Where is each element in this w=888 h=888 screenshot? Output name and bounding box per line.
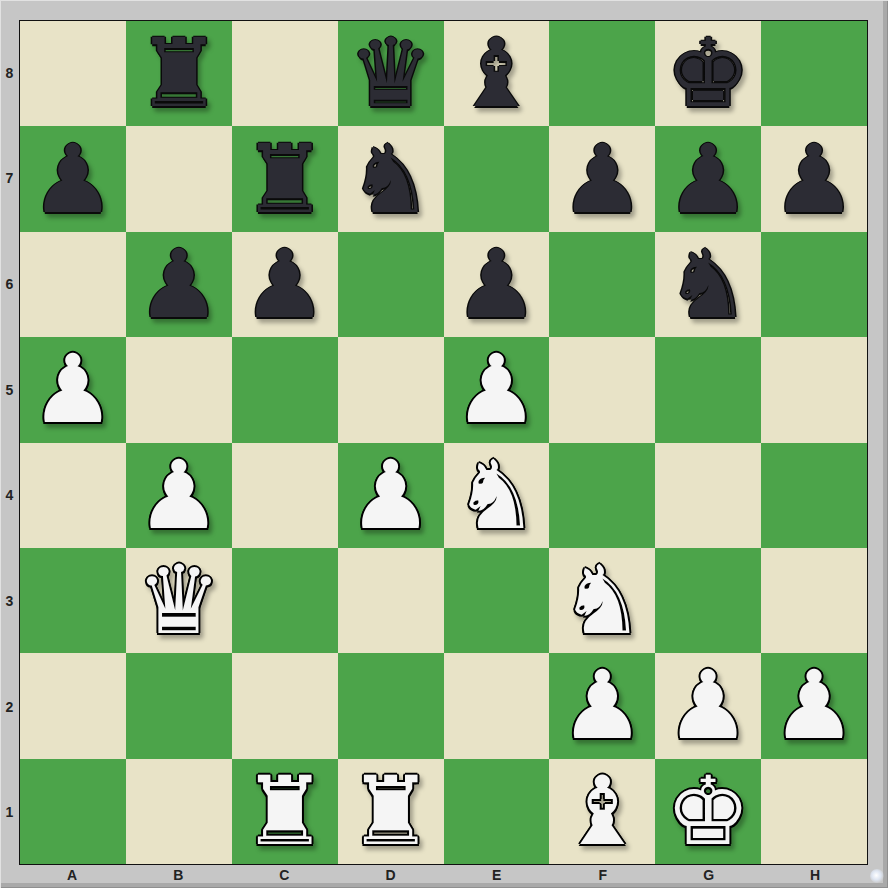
piece-white-knight-f3[interactable]: ♞	[560, 553, 645, 648]
square-f1[interactable]: ♝	[549, 759, 655, 864]
piece-white-knight-e4[interactable]: ♞	[454, 448, 539, 543]
piece-black-bishop-e8[interactable]: ♝	[454, 26, 539, 121]
square-g5[interactable]	[655, 337, 761, 442]
square-g8[interactable]: ♚	[655, 21, 761, 126]
piece-white-pawn-a5[interactable]: ♟	[30, 342, 115, 437]
rank-label-6: 6	[0, 231, 19, 337]
square-a7[interactable]: ♟	[20, 126, 126, 231]
rank-labels: 87654321	[0, 20, 19, 865]
file-labels: ABCDEFGH	[19, 865, 868, 884]
piece-black-rook-c7[interactable]: ♜	[242, 132, 327, 227]
square-a5[interactable]: ♟	[20, 337, 126, 442]
square-h4[interactable]	[761, 443, 867, 548]
square-c1[interactable]: ♜	[232, 759, 338, 864]
square-d7[interactable]: ♞	[338, 126, 444, 231]
square-c8[interactable]	[232, 21, 338, 126]
square-f5[interactable]	[549, 337, 655, 442]
square-a1[interactable]	[20, 759, 126, 864]
piece-black-pawn-c6[interactable]: ♟	[242, 237, 327, 332]
piece-white-bishop-f1[interactable]: ♝	[560, 764, 645, 859]
rank-label-4: 4	[0, 443, 19, 549]
piece-black-pawn-h7[interactable]: ♟	[771, 132, 856, 227]
square-e3[interactable]	[444, 548, 550, 653]
piece-white-pawn-b4[interactable]: ♟	[136, 448, 221, 543]
square-d6[interactable]	[338, 232, 444, 337]
square-f6[interactable]	[549, 232, 655, 337]
file-label-c: C	[231, 865, 337, 884]
corner-dot	[870, 869, 884, 883]
piece-white-rook-d1[interactable]: ♜	[348, 764, 433, 859]
piece-black-king-g8[interactable]: ♚	[666, 26, 751, 121]
file-label-d: D	[337, 865, 443, 884]
file-label-b: B	[125, 865, 231, 884]
square-c6[interactable]: ♟	[232, 232, 338, 337]
file-label-a: A	[19, 865, 125, 884]
piece-black-pawn-f7[interactable]: ♟	[560, 132, 645, 227]
piece-white-king-g1[interactable]: ♚	[666, 764, 751, 859]
square-a8[interactable]	[20, 21, 126, 126]
square-c7[interactable]: ♜	[232, 126, 338, 231]
square-b2[interactable]	[126, 653, 232, 758]
rank-label-8: 8	[0, 20, 19, 126]
square-e7[interactable]	[444, 126, 550, 231]
square-g4[interactable]	[655, 443, 761, 548]
square-f8[interactable]	[549, 21, 655, 126]
square-h3[interactable]	[761, 548, 867, 653]
piece-white-pawn-h2[interactable]: ♟	[771, 658, 856, 753]
square-d3[interactable]	[338, 548, 444, 653]
square-h5[interactable]	[761, 337, 867, 442]
file-label-g: G	[656, 865, 762, 884]
square-c5[interactable]	[232, 337, 338, 442]
piece-black-pawn-e6[interactable]: ♟	[454, 237, 539, 332]
piece-white-pawn-e5[interactable]: ♟	[454, 342, 539, 437]
square-d1[interactable]: ♜	[338, 759, 444, 864]
square-f3[interactable]: ♞	[549, 548, 655, 653]
square-c4[interactable]	[232, 443, 338, 548]
square-b5[interactable]	[126, 337, 232, 442]
square-d4[interactable]: ♟	[338, 443, 444, 548]
piece-black-rook-b8[interactable]: ♜	[136, 26, 221, 121]
square-b7[interactable]	[126, 126, 232, 231]
square-a2[interactable]	[20, 653, 126, 758]
rank-label-7: 7	[0, 126, 19, 232]
rank-label-5: 5	[0, 337, 19, 443]
square-e1[interactable]	[444, 759, 550, 864]
piece-black-pawn-b6[interactable]: ♟	[136, 237, 221, 332]
square-e5[interactable]: ♟	[444, 337, 550, 442]
square-e4[interactable]: ♞	[444, 443, 550, 548]
square-d5[interactable]	[338, 337, 444, 442]
square-e2[interactable]	[444, 653, 550, 758]
square-d2[interactable]	[338, 653, 444, 758]
square-c2[interactable]	[232, 653, 338, 758]
file-label-h: H	[762, 865, 868, 884]
piece-black-pawn-g7[interactable]: ♟	[666, 132, 751, 227]
square-h7[interactable]: ♟	[761, 126, 867, 231]
square-b8[interactable]: ♜	[126, 21, 232, 126]
square-d8[interactable]: ♛	[338, 21, 444, 126]
square-f4[interactable]	[549, 443, 655, 548]
square-h2[interactable]: ♟	[761, 653, 867, 758]
piece-black-pawn-a7[interactable]: ♟	[30, 132, 115, 227]
square-f2[interactable]: ♟	[549, 653, 655, 758]
square-a3[interactable]	[20, 548, 126, 653]
square-e8[interactable]: ♝	[444, 21, 550, 126]
piece-black-knight-g6[interactable]: ♞	[666, 237, 751, 332]
square-e6[interactable]: ♟	[444, 232, 550, 337]
rank-label-1: 1	[0, 759, 19, 865]
rank-label-3: 3	[0, 548, 19, 654]
chess-board: ♜♛♝♚♟♜♞♟♟♟♟♟♟♞♟♟♟♟♞♛♞♟♟♟♜♜♝♚	[19, 20, 868, 865]
square-a4[interactable]	[20, 443, 126, 548]
piece-white-rook-c1[interactable]: ♜	[242, 764, 327, 859]
piece-white-queen-b3[interactable]: ♛	[136, 553, 221, 648]
square-g7[interactable]: ♟	[655, 126, 761, 231]
square-h6[interactable]	[761, 232, 867, 337]
square-g2[interactable]: ♟	[655, 653, 761, 758]
piece-white-pawn-d4[interactable]: ♟	[348, 448, 433, 543]
file-label-f: F	[550, 865, 656, 884]
piece-white-pawn-g2[interactable]: ♟	[666, 658, 751, 753]
square-c3[interactable]	[232, 548, 338, 653]
square-h1[interactable]	[761, 759, 867, 864]
rank-label-2: 2	[0, 654, 19, 760]
square-a6[interactable]	[20, 232, 126, 337]
file-label-e: E	[444, 865, 550, 884]
square-g6[interactable]: ♞	[655, 232, 761, 337]
square-b3[interactable]: ♛	[126, 548, 232, 653]
square-f7[interactable]: ♟	[549, 126, 655, 231]
square-g3[interactable]	[655, 548, 761, 653]
square-h8[interactable]	[761, 21, 867, 126]
square-b1[interactable]	[126, 759, 232, 864]
board-frame: 87654321 ♜♛♝♚♟♜♞♟♟♟♟♟♟♞♟♟♟♟♞♛♞♟♟♟♜♜♝♚ AB…	[0, 0, 888, 888]
square-g1[interactable]: ♚	[655, 759, 761, 864]
square-b6[interactable]: ♟	[126, 232, 232, 337]
piece-black-knight-d7[interactable]: ♞	[348, 132, 433, 227]
piece-white-pawn-f2[interactable]: ♟	[560, 658, 645, 753]
piece-black-queen-d8[interactable]: ♛	[348, 26, 433, 121]
square-b4[interactable]: ♟	[126, 443, 232, 548]
